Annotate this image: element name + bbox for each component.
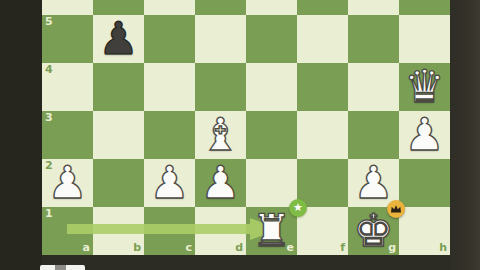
- square-f4[interactable]: [297, 63, 348, 111]
- rank-label-1: 1: [45, 208, 53, 220]
- square-g6[interactable]: [348, 0, 399, 15]
- square-a5[interactable]: 5: [42, 15, 93, 63]
- square-h1[interactable]: h: [399, 207, 450, 255]
- left-letterbox: [0, 0, 42, 270]
- square-b5[interactable]: ♟: [93, 15, 144, 63]
- square-d5[interactable]: [195, 15, 246, 63]
- bottom-letterbox: [42, 255, 450, 270]
- white-queen[interactable]: ♛: [399, 63, 450, 111]
- square-e5[interactable]: [246, 15, 297, 63]
- file-label-a: a: [83, 242, 90, 254]
- square-c6[interactable]: [144, 0, 195, 15]
- square-c4[interactable]: [144, 63, 195, 111]
- white-pawn[interactable]: ♟: [144, 159, 195, 207]
- square-b4[interactable]: [93, 63, 144, 111]
- square-g3[interactable]: [348, 111, 399, 159]
- square-b2[interactable]: [93, 159, 144, 207]
- file-label-f: f: [340, 242, 345, 254]
- square-a1[interactable]: 1a: [42, 207, 93, 255]
- cropped-ui-fragment-dark-part: [55, 265, 66, 270]
- square-b1[interactable]: b: [93, 207, 144, 255]
- square-g5[interactable]: [348, 15, 399, 63]
- square-b3[interactable]: [93, 111, 144, 159]
- square-d2[interactable]: ♟: [195, 159, 246, 207]
- square-e3[interactable]: [246, 111, 297, 159]
- square-a6[interactable]: [42, 0, 93, 15]
- square-c3[interactable]: [144, 111, 195, 159]
- square-e2[interactable]: [246, 159, 297, 207]
- white-rook[interactable]: ♜: [246, 207, 297, 255]
- white-pawn[interactable]: ♟: [195, 159, 246, 207]
- black-pawn[interactable]: ♟: [93, 15, 144, 63]
- square-c5[interactable]: [144, 15, 195, 63]
- square-a3[interactable]: 3: [42, 111, 93, 159]
- square-g4[interactable]: [348, 63, 399, 111]
- white-bishop[interactable]: ♝: [195, 111, 246, 159]
- square-h4[interactable]: ♛: [399, 63, 450, 111]
- square-f5[interactable]: [297, 15, 348, 63]
- white-pawn[interactable]: ♟: [348, 159, 399, 207]
- square-a2[interactable]: 2♟: [42, 159, 93, 207]
- square-h2[interactable]: [399, 159, 450, 207]
- file-label-c: c: [185, 242, 192, 254]
- square-g2[interactable]: ♟: [348, 159, 399, 207]
- screenshot-stage: 5♟4♛3♝♟2♟♟♟♟1abcde♜fg♚h★: [0, 0, 480, 270]
- square-h5[interactable]: [399, 15, 450, 63]
- square-f6[interactable]: [297, 0, 348, 15]
- cropped-ui-fragment: [40, 265, 85, 270]
- square-f3[interactable]: [297, 111, 348, 159]
- chess-board[interactable]: 5♟4♛3♝♟2♟♟♟♟1abcde♜fg♚h★: [42, 0, 450, 255]
- file-label-h: h: [439, 242, 447, 254]
- square-c2[interactable]: ♟: [144, 159, 195, 207]
- square-d3[interactable]: ♝: [195, 111, 246, 159]
- white-king[interactable]: ♚: [348, 207, 399, 255]
- file-label-d: d: [235, 242, 243, 254]
- square-g1[interactable]: g♚: [348, 207, 399, 255]
- square-d1[interactable]: d: [195, 207, 246, 255]
- square-a4[interactable]: 4: [42, 63, 93, 111]
- rank-label-4: 4: [45, 64, 53, 76]
- square-h3[interactable]: ♟: [399, 111, 450, 159]
- square-e6[interactable]: [246, 0, 297, 15]
- square-e1[interactable]: e♜: [246, 207, 297, 255]
- white-pawn[interactable]: ♟: [399, 111, 450, 159]
- right-letterbox: [450, 0, 480, 270]
- square-h6[interactable]: [399, 0, 450, 15]
- rank-label-3: 3: [45, 112, 53, 124]
- square-c1[interactable]: c: [144, 207, 195, 255]
- square-d4[interactable]: [195, 63, 246, 111]
- file-label-b: b: [133, 242, 141, 254]
- square-d6[interactable]: [195, 0, 246, 15]
- square-e4[interactable]: [246, 63, 297, 111]
- white-pawn[interactable]: ♟: [42, 159, 93, 207]
- rank-label-5: 5: [45, 16, 53, 28]
- square-f2[interactable]: [297, 159, 348, 207]
- square-f1[interactable]: f: [297, 207, 348, 255]
